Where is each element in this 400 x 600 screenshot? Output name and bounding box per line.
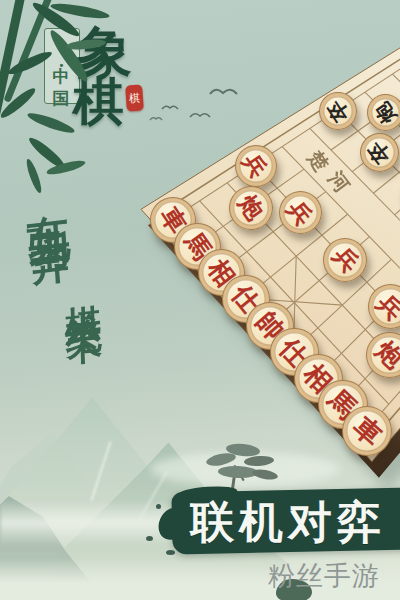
piece-glyph: 炮 [372, 99, 399, 126]
piece-glyph: 兵 [373, 290, 400, 324]
piece-glyph: 炮 [235, 192, 268, 225]
piece-glyph: 車 [348, 412, 386, 450]
piece-black-卒[interactable]: 卒 [360, 133, 399, 172]
ink-splatter [146, 536, 153, 541]
banner-label: 联机对弈 [190, 493, 400, 552]
play-online-banner[interactable]: 联机对弈 [158, 486, 400, 558]
title-seal-char: 棋 [128, 90, 140, 106]
piece-red-兵[interactable]: 兵 [279, 191, 322, 234]
promo-poster: 楚河漢界車馬相仕帥仕相馬車炮炮兵兵兵兵兵卒卒卒卒卒炮炮車馬象士將士象馬車 中·国… [0, 0, 400, 600]
piece-glyph: 兵 [329, 243, 362, 276]
piece-red-兵[interactable]: 兵 [323, 238, 367, 282]
ink-splatter [156, 504, 161, 509]
piece-glyph: 卒 [324, 97, 352, 125]
calligraphy-column-1: 车驰马奔 [17, 177, 75, 224]
calligraphy-column-2: 棋术绝天下 [57, 273, 107, 313]
piece-glyph: 兵 [240, 150, 271, 181]
watermark-label: 粉丝手游网 [268, 558, 400, 600]
piece-glyph: 卒 [365, 138, 394, 167]
piece-glyph: 炮 [372, 337, 400, 372]
title-char-qi: 棋 [73, 76, 124, 127]
title-frame-label: 中·国 [51, 53, 74, 79]
piece-red-炮[interactable]: 炮 [229, 186, 273, 230]
piece-red-兵[interactable]: 兵 [235, 145, 277, 187]
title-seal: 棋 [125, 84, 144, 111]
piece-red-車[interactable]: 車 [342, 406, 392, 456]
piece-black-炮[interactable]: 炮 [367, 94, 400, 131]
piece-glyph: 兵 [284, 197, 316, 229]
ink-splatter [166, 550, 175, 555]
